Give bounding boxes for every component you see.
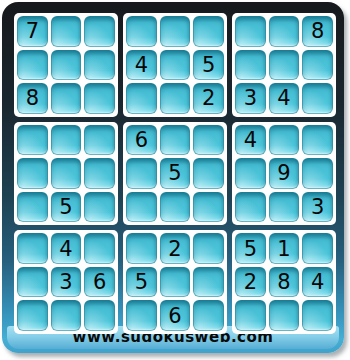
- cell-r6c1[interactable]: [17, 192, 48, 223]
- cell-r3c4[interactable]: [126, 83, 157, 114]
- block-1-1: 78: [14, 13, 118, 117]
- cell-r5c4[interactable]: [126, 158, 157, 189]
- cell-r4c7: 4: [235, 125, 266, 156]
- cell-r7c8: 1: [269, 233, 300, 264]
- cell-r9c7[interactable]: [235, 300, 266, 331]
- cell-r4c1[interactable]: [17, 125, 48, 156]
- cell-r2c6: 5: [193, 50, 224, 81]
- cell-r8c4: 5: [126, 267, 157, 298]
- cell-r5c7[interactable]: [235, 158, 266, 189]
- cell-r8c2: 3: [51, 267, 82, 298]
- block-2-1: 5: [14, 122, 118, 226]
- cell-r1c4[interactable]: [126, 16, 157, 47]
- block-3-1: 436: [14, 230, 118, 334]
- cell-r2c9[interactable]: [302, 50, 333, 81]
- cell-r8c7: 2: [235, 267, 266, 298]
- cell-r7c2: 4: [51, 233, 82, 264]
- cell-r8c6[interactable]: [193, 267, 224, 298]
- cell-r4c8[interactable]: [269, 125, 300, 156]
- cell-r7c1[interactable]: [17, 233, 48, 264]
- cell-r2c1[interactable]: [17, 50, 48, 81]
- cell-r4c3[interactable]: [84, 125, 115, 156]
- cell-r3c5[interactable]: [160, 83, 191, 114]
- cell-r6c2: 5: [51, 192, 82, 223]
- cell-r2c5[interactable]: [160, 50, 191, 81]
- cell-r8c9: 4: [302, 267, 333, 298]
- cell-r2c3[interactable]: [84, 50, 115, 81]
- cell-r2c7[interactable]: [235, 50, 266, 81]
- cell-r5c9[interactable]: [302, 158, 333, 189]
- cell-r9c9[interactable]: [302, 300, 333, 331]
- cell-r1c6[interactable]: [193, 16, 224, 47]
- cell-r1c5[interactable]: [160, 16, 191, 47]
- cell-r6c8[interactable]: [269, 192, 300, 223]
- cell-r9c6[interactable]: [193, 300, 224, 331]
- cell-r9c2[interactable]: [51, 300, 82, 331]
- cell-r1c2[interactable]: [51, 16, 82, 47]
- block-1-2: 452: [123, 13, 227, 117]
- cell-r5c6[interactable]: [193, 158, 224, 189]
- board-frame: www.sudokusweb.com 784528345654934362565…: [2, 2, 344, 353]
- cell-r6c7[interactable]: [235, 192, 266, 223]
- cell-r4c4: 6: [126, 125, 157, 156]
- cell-r6c9: 3: [302, 192, 333, 223]
- block-3-2: 256: [123, 230, 227, 334]
- cell-r4c6[interactable]: [193, 125, 224, 156]
- cell-r7c5: 2: [160, 233, 191, 264]
- cell-r6c4[interactable]: [126, 192, 157, 223]
- cell-r9c8[interactable]: [269, 300, 300, 331]
- cell-r1c8[interactable]: [269, 16, 300, 47]
- cell-r3c6: 2: [193, 83, 224, 114]
- sudoku-board: 7845283456549343625651284: [14, 13, 336, 334]
- cell-r4c5[interactable]: [160, 125, 191, 156]
- sudoku-page: www.sudokusweb.com 784528345654934362565…: [0, 0, 350, 360]
- cell-r7c7: 5: [235, 233, 266, 264]
- cell-r1c1: 7: [17, 16, 48, 47]
- cell-r5c1[interactable]: [17, 158, 48, 189]
- cell-r3c2[interactable]: [51, 83, 82, 114]
- cell-r5c3[interactable]: [84, 158, 115, 189]
- cell-r3c1: 8: [17, 83, 48, 114]
- cell-r9c3[interactable]: [84, 300, 115, 331]
- cell-r3c8: 4: [269, 83, 300, 114]
- cell-r8c3: 6: [84, 267, 115, 298]
- cell-r5c5: 5: [160, 158, 191, 189]
- cell-r8c8: 8: [269, 267, 300, 298]
- cell-r2c8[interactable]: [269, 50, 300, 81]
- cell-r9c1[interactable]: [17, 300, 48, 331]
- cell-r6c6[interactable]: [193, 192, 224, 223]
- cell-r4c2[interactable]: [51, 125, 82, 156]
- cell-r9c4[interactable]: [126, 300, 157, 331]
- cell-r6c3[interactable]: [84, 192, 115, 223]
- cell-r1c7[interactable]: [235, 16, 266, 47]
- cell-r3c3[interactable]: [84, 83, 115, 114]
- cell-r8c5[interactable]: [160, 267, 191, 298]
- cell-r1c3[interactable]: [84, 16, 115, 47]
- block-3-3: 51284: [232, 230, 336, 334]
- cell-r7c3[interactable]: [84, 233, 115, 264]
- cell-r1c9: 8: [302, 16, 333, 47]
- cell-r8c1[interactable]: [17, 267, 48, 298]
- block-2-3: 493: [232, 122, 336, 226]
- cell-r7c4[interactable]: [126, 233, 157, 264]
- block-1-3: 834: [232, 13, 336, 117]
- cell-r9c5: 6: [160, 300, 191, 331]
- cell-r7c6[interactable]: [193, 233, 224, 264]
- cell-r5c8: 9: [269, 158, 300, 189]
- cell-r2c2[interactable]: [51, 50, 82, 81]
- cell-r5c2[interactable]: [51, 158, 82, 189]
- cell-r6c5[interactable]: [160, 192, 191, 223]
- cell-r2c4: 4: [126, 50, 157, 81]
- block-2-2: 65: [123, 122, 227, 226]
- cell-r4c9[interactable]: [302, 125, 333, 156]
- cell-r3c9[interactable]: [302, 83, 333, 114]
- cell-r3c7: 3: [235, 83, 266, 114]
- cell-r7c9[interactable]: [302, 233, 333, 264]
